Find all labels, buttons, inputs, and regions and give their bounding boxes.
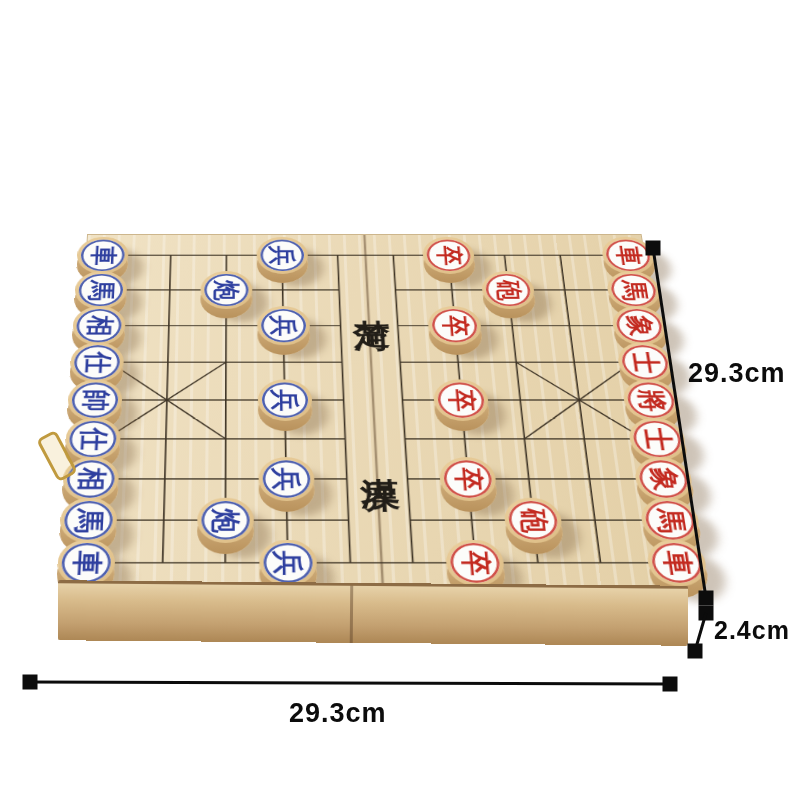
piece-face: 卒 — [443, 460, 494, 497]
piece-blue-cannon[interactable]: 炮 — [200, 271, 252, 309]
piece-face: 士 — [631, 421, 683, 457]
piece-blue-soldier[interactable]: 兵 — [258, 379, 313, 420]
piece-glyph: 砲 — [517, 508, 550, 532]
piece-face: 馬 — [609, 274, 658, 306]
piece-face: 卒 — [426, 240, 472, 271]
piece-red-cannon[interactable]: 砲 — [481, 271, 537, 309]
piece-face: 車 — [604, 240, 652, 271]
dimension-label-side: 29.3cm — [688, 358, 786, 389]
piece-glyph: 卒 — [459, 550, 492, 575]
piece-blue-soldier[interactable]: 兵 — [259, 540, 317, 587]
piece-blue-soldier[interactable]: 兵 — [258, 457, 314, 501]
piece-red-cannon[interactable]: 砲 — [503, 498, 564, 543]
piece-glyph: 兵 — [268, 245, 296, 265]
piece-red-soldier[interactable]: 卒 — [427, 306, 483, 345]
piece-top: 炮 — [197, 498, 254, 543]
piece-face: 砲 — [485, 274, 533, 306]
piece-blue-advisor[interactable]: 仕 — [64, 418, 121, 461]
piece-face: 相 — [76, 309, 122, 342]
piece-glyph: 兵 — [272, 550, 303, 575]
piece-glyph: 兵 — [270, 389, 299, 411]
piece-glyph: 兵 — [269, 315, 298, 336]
piece-red-advisor[interactable]: 士 — [616, 342, 676, 382]
piece-face: 兵 — [262, 460, 310, 497]
piece-face: 卒 — [431, 309, 479, 342]
piece-glyph: 卒 — [446, 389, 477, 411]
piece-face: 將 — [625, 382, 677, 417]
piece-face: 象 — [637, 460, 690, 497]
piece-red-chariot[interactable]: 車 — [600, 237, 657, 274]
piece-top: 兵 — [258, 457, 314, 501]
dimension-label-bottom: 29.3cm — [289, 698, 387, 729]
piece-face: 士 — [620, 345, 671, 379]
product-photo: 楚河 漢界 車兵卒車馬炮砲馬相兵卒象仕士帥兵卒將仕士相兵卒象馬炮砲馬車兵卒車 2… — [0, 0, 800, 800]
piece-glyph: 卒 — [434, 245, 463, 265]
piece-red-general[interactable]: 將 — [621, 379, 682, 420]
board-perspective-wrapper: 楚河 漢界 車兵卒車馬炮砲馬相兵卒象仕士帥兵卒將仕士相兵卒象馬炮砲馬車兵卒車 — [66, 170, 680, 630]
river-text-chu-he: 楚河 — [346, 298, 389, 307]
piece-face: 馬 — [78, 274, 124, 306]
piece-face: 象 — [614, 309, 664, 342]
board-grid — [67, 235, 700, 589]
xiangqi-board: 楚河 漢界 車兵卒車馬炮砲馬相兵卒象仕士帥兵卒將仕士相兵卒象馬炮砲馬車兵卒車 — [67, 235, 700, 589]
piece-face: 卒 — [437, 382, 486, 417]
piece-face: 卒 — [449, 543, 501, 583]
piece-glyph: 士 — [629, 352, 661, 374]
piece-face: 仕 — [73, 345, 120, 379]
piece-glyph: 相 — [84, 315, 113, 336]
piece-blue-soldier[interactable]: 兵 — [256, 237, 308, 274]
piece-top: 兵 — [259, 540, 317, 587]
piece-red-soldier[interactable]: 卒 — [433, 379, 491, 420]
piece-glyph: 車 — [70, 550, 102, 575]
piece-face: 車 — [61, 543, 112, 583]
piece-glyph: 車 — [88, 245, 116, 265]
piece-face: 車 — [649, 543, 704, 583]
piece-face: 砲 — [507, 501, 559, 540]
piece-red-horse[interactable]: 馬 — [639, 498, 703, 543]
piece-blue-elephant[interactable]: 相 — [71, 306, 126, 345]
piece-glyph: 相 — [75, 467, 106, 491]
piece-red-elephant[interactable]: 象 — [610, 306, 669, 345]
piece-red-soldier[interactable]: 卒 — [445, 540, 506, 587]
piece-face: 帥 — [71, 382, 119, 417]
piece-glyph: 卒 — [452, 467, 484, 491]
piece-glyph: 砲 — [493, 280, 523, 300]
piece-face: 車 — [80, 240, 125, 271]
piece-glyph: 兵 — [271, 467, 301, 491]
fold-seam — [350, 586, 353, 643]
piece-glyph: 象 — [647, 467, 681, 491]
piece-glyph: 仕 — [82, 352, 112, 374]
piece-red-elephant[interactable]: 象 — [633, 457, 696, 501]
piece-face: 兵 — [262, 382, 309, 417]
piece-glyph: 炮 — [212, 280, 240, 300]
piece-blue-general[interactable]: 帥 — [67, 379, 123, 420]
piece-face: 兵 — [263, 543, 313, 583]
piece-face: 兵 — [261, 309, 306, 342]
piece-blue-horse[interactable]: 馬 — [74, 271, 128, 309]
piece-top: 兵 — [256, 237, 308, 274]
river-text-han-jie: 漢界 — [352, 453, 397, 463]
piece-glyph: 馬 — [73, 508, 105, 532]
piece-face: 仕 — [68, 421, 117, 457]
piece-red-advisor[interactable]: 士 — [627, 418, 689, 461]
piece-red-horse[interactable]: 馬 — [605, 271, 663, 309]
piece-face: 兵 — [260, 240, 304, 271]
piece-glyph: 馬 — [653, 508, 687, 532]
piece-glyph: 馬 — [618, 280, 649, 300]
piece-glyph: 將 — [635, 389, 668, 411]
piece-red-soldier[interactable]: 卒 — [422, 237, 476, 274]
piece-blue-horse[interactable]: 馬 — [59, 498, 118, 543]
piece-glyph: 象 — [624, 315, 656, 336]
dimension-label-thickness: 2.4cm — [714, 616, 790, 645]
piece-face: 馬 — [63, 501, 113, 540]
board-base-front — [58, 580, 688, 645]
piece-glyph: 車 — [660, 550, 695, 575]
piece-blue-cannon[interactable]: 炮 — [197, 498, 254, 543]
piece-top: 兵 — [257, 306, 310, 345]
piece-glyph: 帥 — [80, 389, 110, 411]
piece-face: 炮 — [201, 501, 249, 540]
board-3d: 楚河 漢界 車兵卒車馬炮砲馬相兵卒象仕士帥兵卒將仕士相兵卒象馬炮砲馬車兵卒車 — [67, 235, 700, 589]
piece-face: 炮 — [204, 274, 248, 306]
piece-blue-soldier[interactable]: 兵 — [257, 306, 310, 345]
piece-glyph: 車 — [613, 245, 644, 265]
piece-blue-advisor[interactable]: 仕 — [69, 342, 124, 382]
piece-glyph: 仕 — [78, 427, 109, 450]
piece-glyph: 卒 — [440, 315, 470, 336]
piece-top: 炮 — [200, 271, 252, 309]
piece-face: 馬 — [643, 501, 697, 540]
piece-glyph: 炮 — [210, 508, 240, 532]
piece-blue-chariot[interactable]: 車 — [56, 540, 116, 587]
piece-blue-chariot[interactable]: 車 — [76, 237, 129, 274]
piece-glyph: 馬 — [86, 280, 115, 300]
piece-red-soldier[interactable]: 卒 — [439, 457, 498, 501]
piece-glyph: 士 — [641, 427, 674, 450]
piece-red-chariot[interactable]: 車 — [645, 540, 710, 587]
piece-top: 兵 — [258, 379, 313, 420]
